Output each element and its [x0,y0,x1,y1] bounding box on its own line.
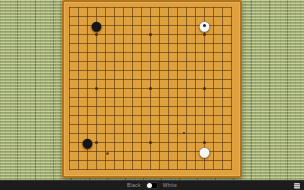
stone-white-Q3: ● [200,147,210,157]
stone-white-Q17: ● [200,21,210,31]
black-label: Black [127,183,141,188]
color-toggle[interactable] [146,182,158,189]
bottom-toolbar: Black White [0,180,304,190]
board-grid: ●●●● [69,7,232,170]
star-point [149,87,152,90]
toggle-knob [147,183,152,188]
grid-menu-icon [294,183,300,189]
go-board[interactable]: ●●●● [62,0,242,178]
white-label: White [163,183,177,188]
star-point [149,33,152,36]
star-point [203,33,206,36]
board-speck [106,152,109,155]
go-app-window: ●●●● Black White [0,0,304,190]
star-point [95,33,98,36]
last-move-marker [203,24,206,27]
star-point [95,87,98,90]
board-speck [183,132,185,134]
star-point [149,141,152,144]
stone-black-C4: ● [83,138,93,148]
star-point [95,141,98,144]
menu-button[interactable] [294,183,300,189]
star-point [203,87,206,90]
stone-black-D17: ● [92,21,102,31]
